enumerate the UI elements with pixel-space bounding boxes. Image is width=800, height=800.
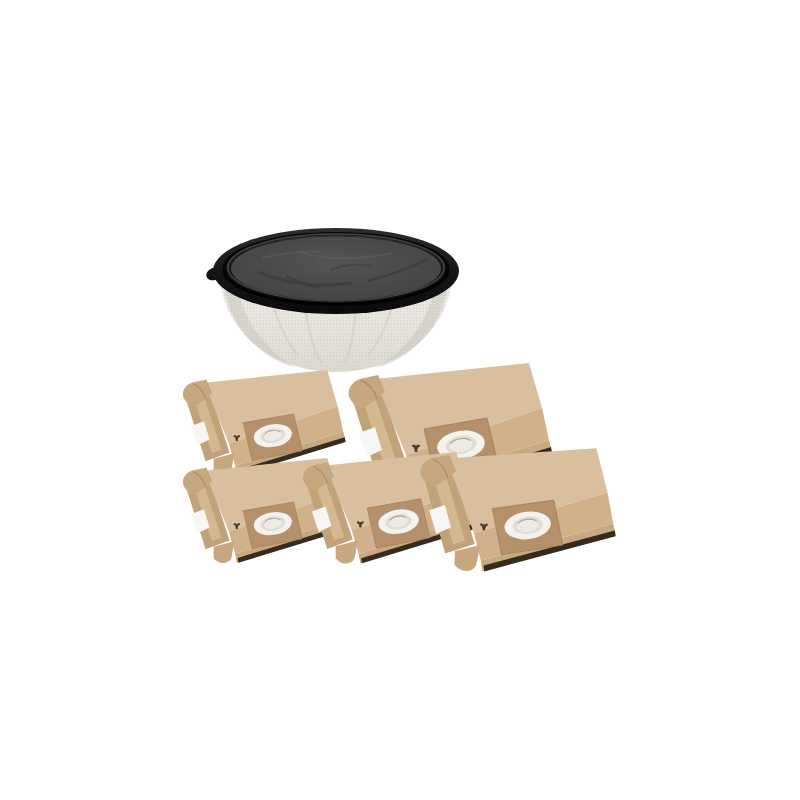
paper-dust-bag-5: [417, 442, 619, 576]
cloth-filter: [204, 228, 459, 372]
product-illustration: [0, 0, 800, 800]
product-photo-canvas: [0, 0, 800, 800]
